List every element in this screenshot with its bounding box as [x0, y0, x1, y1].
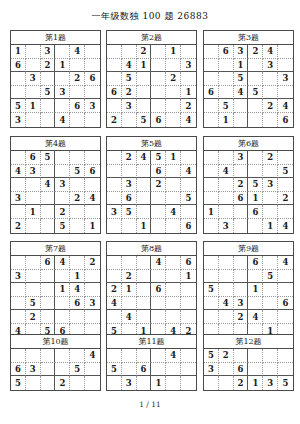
sudoku-cell — [204, 99, 219, 113]
sudoku-cell: 3 — [263, 59, 278, 73]
sudoku-grid-2: 第2题2141352621322564 — [106, 30, 197, 128]
sudoku-cell: 3 — [26, 363, 41, 377]
sudoku-cell: 3 — [11, 113, 26, 127]
sudoku-cell — [151, 99, 166, 113]
sudoku-cell — [181, 205, 196, 219]
sudoku-cell — [204, 310, 219, 324]
sudoku-cell — [234, 205, 249, 219]
sudoku-cell: 2 — [122, 151, 137, 165]
sudoku-cell — [248, 363, 263, 377]
sudoku-cell — [263, 349, 278, 363]
sudoku-cell: 1 — [55, 283, 70, 297]
sudoku-cell — [204, 192, 219, 206]
sudoku-cell: 4 — [234, 86, 249, 100]
sudoku-cell: 3 — [181, 59, 196, 73]
sudoku-cell: 6 — [181, 219, 196, 233]
sudoku-cell: 1 — [263, 219, 278, 233]
sudoku-cell: 2 — [26, 310, 41, 324]
sudoku-cell — [122, 297, 137, 311]
sudoku-cell — [26, 178, 41, 192]
sudoku-cell — [181, 178, 196, 192]
sudoku-cell: 1 — [151, 376, 166, 390]
sudoku-cell — [166, 270, 181, 284]
sudoku-cell — [11, 86, 26, 100]
sudoku-cell — [204, 270, 219, 284]
sudoku-cell: 5 — [26, 297, 41, 311]
sudoku-cell — [166, 99, 181, 113]
sudoku-cell — [137, 192, 152, 206]
sudoku-cell: 1 — [166, 45, 181, 59]
sudoku-cell — [219, 283, 234, 297]
sudoku-cell: 1 — [122, 283, 137, 297]
sudoku-cell — [278, 270, 293, 284]
sudoku-cell: 5 — [41, 151, 56, 165]
sudoku-cell — [204, 113, 219, 127]
sudoku-cell — [219, 256, 234, 270]
sudoku-cell: 4 — [181, 165, 196, 179]
sudoku-cell: 5 — [248, 178, 263, 192]
sudoku-cell — [41, 363, 56, 377]
sudoku-grid-5: 第5题245164326535416 — [106, 136, 197, 234]
sudoku-cell — [11, 151, 26, 165]
sudoku-cell — [85, 113, 100, 127]
sudoku-cell: 1 — [11, 45, 26, 59]
sudoku-cell — [166, 113, 181, 127]
sudoku-cell: 6 — [234, 363, 249, 377]
sudoku-board: 6324135364552416 — [204, 45, 293, 127]
sudoku-cell — [11, 205, 26, 219]
sudoku-cell: 4 — [11, 165, 26, 179]
sudoku-cell — [278, 178, 293, 192]
sudoku-cell: 6 — [70, 99, 85, 113]
sudoku-cell — [55, 72, 70, 86]
sudoku-cell — [219, 205, 234, 219]
sudoku-cell — [70, 151, 85, 165]
sudoku-cell: 2 — [137, 45, 152, 59]
sudoku-cell: 3 — [263, 178, 278, 192]
sudoku-cell — [234, 270, 249, 284]
sudoku-cell — [26, 113, 41, 127]
sudoku-cell — [137, 99, 152, 113]
sudoku-cell — [263, 86, 278, 100]
sudoku-cell — [151, 297, 166, 311]
sudoku-board: 245164326535416 — [107, 151, 196, 233]
sudoku-cell: 3 — [85, 297, 100, 311]
sudoku-cell — [70, 310, 85, 324]
sudoku-cell — [55, 349, 70, 363]
sudoku-board: 52362135 — [204, 349, 293, 390]
sudoku-cell: 2 — [278, 192, 293, 206]
sudoku-cell: 2 — [234, 178, 249, 192]
sudoku-cell — [26, 192, 41, 206]
sudoku-cell: 2 — [151, 178, 166, 192]
sudoku-cell — [122, 256, 137, 270]
sudoku-cell — [234, 99, 249, 113]
sudoku-grid-8: 第8题4621216445142 — [106, 241, 197, 339]
sudoku-cell — [278, 205, 293, 219]
sudoku-cell — [26, 270, 41, 284]
sudoku-cell — [85, 205, 100, 219]
sudoku-cell — [263, 205, 278, 219]
sudoku-cell — [55, 45, 70, 59]
puzzle-title: 第11题 — [107, 335, 196, 349]
sudoku-cell — [85, 270, 100, 284]
sudoku-cell — [26, 376, 41, 390]
sudoku-cell — [107, 178, 122, 192]
sudoku-cell — [248, 59, 263, 73]
sudoku-cell: 3 — [55, 86, 70, 100]
sudoku-cell — [166, 283, 181, 297]
sudoku-cell — [122, 165, 137, 179]
sudoku-cell — [263, 256, 278, 270]
sudoku-cell: 5 — [151, 151, 166, 165]
sudoku-cell — [248, 151, 263, 165]
sudoku-grid-7: 第7题64231145632456 — [10, 241, 101, 339]
sudoku-cell: 4 — [85, 349, 100, 363]
sudoku-cell: 6 — [41, 256, 56, 270]
sudoku-cell — [151, 310, 166, 324]
sudoku-cell: 2 — [248, 45, 263, 59]
sudoku-cell: 4 — [41, 178, 56, 192]
sudoku-cell — [181, 297, 196, 311]
sudoku-cell: 3 — [263, 376, 278, 390]
sudoku-cell: 4 — [166, 205, 181, 219]
sudoku-cell: 2 — [55, 376, 70, 390]
sudoku-cell — [41, 205, 56, 219]
sudoku-cell — [278, 45, 293, 59]
sudoku-cell — [107, 165, 122, 179]
sudoku-grid-6: 第6题324525361216314 — [203, 136, 294, 234]
sudoku-cell — [107, 256, 122, 270]
sudoku-cell: 1 — [166, 151, 181, 165]
sudoku-cell — [26, 45, 41, 59]
sudoku-cell: 5 — [122, 205, 137, 219]
sudoku-cell — [248, 165, 263, 179]
sudoku-grid-10: 第10题463552 — [10, 334, 101, 391]
sudoku-cell: 4 — [248, 310, 263, 324]
sudoku-cell: 2 — [70, 192, 85, 206]
sudoku-cell — [107, 349, 122, 363]
sudoku-cell — [234, 113, 249, 127]
sudoku-cell — [137, 270, 152, 284]
puzzle-title: 第5题 — [107, 137, 196, 151]
sudoku-cell: 3 — [107, 205, 122, 219]
sudoku-cell — [151, 205, 166, 219]
sudoku-cell: 1 — [26, 99, 41, 113]
sudoku-cell — [122, 363, 137, 377]
sudoku-cell: 1 — [85, 219, 100, 233]
sudoku-cell: 6 — [234, 192, 249, 206]
sudoku-cell — [204, 376, 219, 390]
sudoku-cell: 1 — [234, 59, 249, 73]
sudoku-cell: 3 — [55, 178, 70, 192]
sudoku-cell — [204, 45, 219, 59]
sudoku-cell — [204, 256, 219, 270]
sudoku-cell — [219, 59, 234, 73]
sudoku-cell: 2 — [107, 113, 122, 127]
sudoku-cell: 4 — [181, 113, 196, 127]
sudoku-board: 2141352621322564 — [107, 45, 196, 127]
sudoku-cell — [55, 99, 70, 113]
sudoku-cell — [234, 256, 249, 270]
sudoku-cell — [151, 219, 166, 233]
sudoku-cell — [137, 310, 152, 324]
sudoku-cell — [85, 45, 100, 59]
sudoku-cell: 4 — [70, 283, 85, 297]
sudoku-cell: 2 — [85, 256, 100, 270]
worksheet-page: 一年级数独 100 题 26883 第1题13462132653516334 第… — [0, 0, 300, 424]
sudoku-cell — [55, 297, 70, 311]
sudoku-cell: 6 — [26, 151, 41, 165]
sudoku-cell: 5 — [204, 349, 219, 363]
sudoku-cell — [107, 72, 122, 86]
sudoku-cell — [181, 45, 196, 59]
sudoku-cell: 6 — [107, 86, 122, 100]
sudoku-cell — [55, 270, 70, 284]
sudoku-cell — [278, 349, 293, 363]
sudoku-cell — [26, 59, 41, 73]
sudoku-cell — [26, 349, 41, 363]
sudoku-cell: 1 — [70, 270, 85, 284]
sudoku-board: 45631 — [107, 349, 196, 390]
sudoku-grid-12: 第12题52362135 — [203, 334, 294, 391]
sudoku-cell — [70, 59, 85, 73]
sudoku-cell: 2 — [219, 349, 234, 363]
sudoku-cell: 3 — [122, 376, 137, 390]
sudoku-cell: 4 — [278, 219, 293, 233]
sudoku-cell: 2 — [166, 72, 181, 86]
sudoku-cell: 3 — [11, 192, 26, 206]
sudoku-board: 6543564332412251 — [11, 151, 100, 233]
sudoku-grid-9: 第9题64551436241 — [203, 241, 294, 339]
sudoku-cell: 2 — [107, 283, 122, 297]
sudoku-cell — [166, 256, 181, 270]
sudoku-cell: 6 — [278, 297, 293, 311]
sudoku-cell — [204, 72, 219, 86]
sudoku-cell: 5 — [41, 86, 56, 100]
sudoku-cell — [85, 283, 100, 297]
sudoku-cell — [137, 178, 152, 192]
sudoku-cell: 6 — [278, 113, 293, 127]
sudoku-cell — [219, 363, 234, 377]
sudoku-cell — [248, 297, 263, 311]
sudoku-cell — [11, 297, 26, 311]
sudoku-cell: 1 — [181, 270, 196, 284]
sudoku-cell — [26, 86, 41, 100]
sudoku-cell: 4 — [278, 99, 293, 113]
sudoku-cell: 5 — [107, 363, 122, 377]
sudoku-cell — [278, 283, 293, 297]
sudoku-cell — [248, 99, 263, 113]
sudoku-cell — [263, 283, 278, 297]
sudoku-cell — [122, 113, 137, 127]
sudoku-cell: 5 — [234, 72, 249, 86]
sudoku-cell — [181, 72, 196, 86]
sudoku-cell — [248, 349, 263, 363]
sudoku-cell — [181, 151, 196, 165]
sudoku-cell — [26, 283, 41, 297]
sudoku-cell — [219, 270, 234, 284]
sudoku-cell — [151, 270, 166, 284]
puzzle-title: 第7题 — [11, 242, 100, 256]
sudoku-cell: 4 — [107, 297, 122, 311]
sudoku-cell — [219, 178, 234, 192]
sudoku-cell — [248, 72, 263, 86]
sudoku-cell: 2 — [11, 219, 26, 233]
sudoku-cell — [166, 86, 181, 100]
sudoku-cell — [137, 205, 152, 219]
sudoku-cell — [122, 349, 137, 363]
puzzle-title: 第8题 — [107, 242, 196, 256]
sudoku-grid-1: 第1题13462132653516334 — [10, 30, 101, 128]
sudoku-cell — [234, 283, 249, 297]
sudoku-cell — [55, 151, 70, 165]
sudoku-cell: 4 — [122, 310, 137, 324]
sudoku-cell: 3 — [122, 99, 137, 113]
sudoku-cell: 2 — [181, 99, 196, 113]
sudoku-cell — [248, 270, 263, 284]
sudoku-cell: 4 — [55, 256, 70, 270]
puzzle-title: 第1题 — [11, 31, 100, 45]
sudoku-cell — [41, 297, 56, 311]
sudoku-cell — [55, 165, 70, 179]
sudoku-cell — [107, 219, 122, 233]
sudoku-cell — [166, 178, 181, 192]
sudoku-cell: 4 — [219, 297, 234, 311]
puzzle-title: 第2题 — [107, 31, 196, 45]
sudoku-cell: 6 — [137, 363, 152, 377]
sudoku-cell — [234, 219, 249, 233]
sudoku-board: 4621216445142 — [107, 256, 196, 338]
sudoku-cell — [55, 192, 70, 206]
sudoku-cell — [41, 349, 56, 363]
sudoku-cell — [166, 297, 181, 311]
sudoku-cell — [137, 165, 152, 179]
sudoku-cell — [85, 86, 100, 100]
sudoku-cell: 4 — [166, 349, 181, 363]
sudoku-cell — [70, 376, 85, 390]
sudoku-cell: 6 — [181, 256, 196, 270]
sudoku-cell — [11, 256, 26, 270]
sudoku-cell: 6 — [248, 256, 263, 270]
sudoku-cell — [263, 192, 278, 206]
puzzle-title: 第6题 — [204, 137, 293, 151]
sudoku-cell — [70, 178, 85, 192]
sudoku-cell — [137, 86, 152, 100]
sudoku-cell — [263, 72, 278, 86]
sudoku-cell: 4 — [55, 113, 70, 127]
sudoku-cell — [107, 376, 122, 390]
sudoku-cell — [181, 376, 196, 390]
sudoku-cell — [166, 192, 181, 206]
sudoku-cell: 1 — [137, 219, 152, 233]
sudoku-cell — [70, 205, 85, 219]
sudoku-cell — [107, 45, 122, 59]
sudoku-cell — [204, 297, 219, 311]
sudoku-cell — [41, 270, 56, 284]
sudoku-cell — [41, 72, 56, 86]
sudoku-cell: 3 — [41, 45, 56, 59]
sudoku-cell: 2 — [70, 72, 85, 86]
sudoku-board: 324525361216314 — [204, 151, 293, 233]
puzzle-title: 第3题 — [204, 31, 293, 45]
sudoku-cell: 3 — [85, 99, 100, 113]
sudoku-cell — [204, 151, 219, 165]
sudoku-cell: 6 — [11, 59, 26, 73]
sudoku-cell — [263, 165, 278, 179]
sudoku-cell: 5 — [278, 165, 293, 179]
sudoku-cell — [263, 113, 278, 127]
sudoku-cell: 6 — [151, 283, 166, 297]
sudoku-cell — [41, 283, 56, 297]
sudoku-cell — [70, 256, 85, 270]
sudoku-cell: 4 — [85, 192, 100, 206]
sudoku-cell: 4 — [137, 151, 152, 165]
sudoku-cell — [107, 59, 122, 73]
sudoku-cell — [181, 310, 196, 324]
sudoku-cell — [278, 86, 293, 100]
sudoku-cell: 1 — [55, 59, 70, 73]
sudoku-cell — [166, 310, 181, 324]
sudoku-cell — [263, 310, 278, 324]
sudoku-cell: 6 — [151, 113, 166, 127]
sudoku-cell: 2 — [41, 59, 56, 73]
sudoku-board: 463552 — [11, 349, 100, 390]
sudoku-cell — [166, 165, 181, 179]
sudoku-cell — [151, 45, 166, 59]
sudoku-cell — [137, 297, 152, 311]
sudoku-cell: 6 — [85, 72, 100, 86]
sudoku-cell — [248, 113, 263, 127]
sudoku-cell — [107, 151, 122, 165]
sudoku-cell: 1 — [248, 283, 263, 297]
sudoku-cell: 3 — [234, 151, 249, 165]
sudoku-cell: 6 — [151, 165, 166, 179]
sudoku-cell — [107, 270, 122, 284]
sudoku-cell — [41, 376, 56, 390]
sudoku-cell — [166, 59, 181, 73]
sudoku-cell: 6 — [11, 363, 26, 377]
sudoku-cell — [181, 349, 196, 363]
sudoku-cell — [151, 72, 166, 86]
sudoku-cell — [278, 310, 293, 324]
sudoku-cell: 3 — [122, 178, 137, 192]
sudoku-cell — [151, 192, 166, 206]
sudoku-cell: 2 — [122, 86, 137, 100]
sudoku-cell — [234, 349, 249, 363]
sudoku-cell: 4 — [219, 165, 234, 179]
sudoku-cell — [26, 256, 41, 270]
sudoku-cell: 5 — [11, 99, 26, 113]
sudoku-cell: 5 — [55, 219, 70, 233]
sudoku-cell: 1 — [181, 86, 196, 100]
sudoku-cell — [248, 219, 263, 233]
sudoku-cell: 1 — [204, 205, 219, 219]
sudoku-cell — [219, 86, 234, 100]
sudoku-cell — [151, 363, 166, 377]
sudoku-cell: 2 — [234, 376, 249, 390]
sudoku-cell: 6 — [70, 297, 85, 311]
sudoku-cell — [11, 178, 26, 192]
sudoku-cell: 5 — [70, 363, 85, 377]
sudoku-cell — [85, 59, 100, 73]
sudoku-grid-4: 第4题6543564332412251 — [10, 136, 101, 234]
sudoku-cell — [204, 219, 219, 233]
sudoku-cell — [85, 363, 100, 377]
sudoku-cell: 5 — [278, 376, 293, 390]
sudoku-cell — [219, 192, 234, 206]
sudoku-cell — [204, 178, 219, 192]
